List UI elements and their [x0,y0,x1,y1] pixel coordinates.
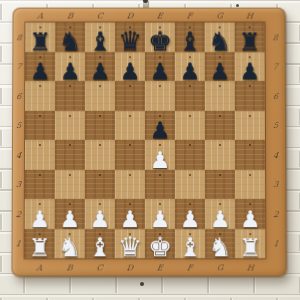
square-a8[interactable]: ♜ [25,22,55,51]
white-pawn-b2[interactable]: ♟ [59,208,80,231]
square-d3[interactable] [115,170,145,200]
square-g3[interactable] [205,170,235,200]
rank-label-left-8: 8 [16,33,22,42]
square-d8[interactable]: ♛ [115,22,145,51]
wall-nail-dot-bottom [140,282,144,286]
square-a4[interactable] [25,140,55,170]
file-label-top-F: F [186,11,193,20]
square-e7[interactable]: ♟ [145,52,175,81]
file-label-bottom-A: A [36,263,43,272]
black-knight-g8[interactable]: ♞ [208,28,231,54]
chess-board-grid[interactable]: ♜♞♝♛♚♝♞♜♟♟♟♟♟♟♟♟♟♟♟♟♟♟♟♟♟♟♜♞♝♛♚♝♞♜ [25,22,266,258]
brick-joint [299,25,300,41]
rank-label-right-6: 6 [272,91,278,100]
file-label-bottom-B: B [66,263,73,272]
scene: ABCDEFGHABCDEFGH8765432187654321 ♜♞♝♛♚♝♞… [0,0,300,300]
black-king-e8[interactable]: ♚ [148,27,172,54]
piece-hook-nail-icon [189,174,191,176]
black-pawn-g7[interactable]: ♟ [210,60,231,83]
rank-label-left-3: 3 [15,180,21,189]
square-h7[interactable]: ♟ [235,52,265,81]
piece-hook-nail-icon [219,144,221,146]
piece-hook-nail-icon [189,85,191,87]
square-e6[interactable] [145,81,175,110]
brick-joint [299,277,300,293]
square-h3[interactable] [235,170,265,200]
brick-joint [69,277,71,293]
square-b2[interactable]: ♟ [55,199,85,229]
file-label-bottom-G: G [216,263,224,272]
square-f1[interactable]: ♝ [175,229,205,259]
piece-hook-nail-icon [189,144,191,146]
square-c1[interactable]: ♝ [85,229,115,259]
white-pawn-d2[interactable]: ♟ [120,208,141,231]
piece-hook-nail-icon [249,85,251,87]
brick-joint [23,277,25,293]
square-d4[interactable] [115,140,145,170]
rank-label-right-5: 5 [272,121,278,130]
brick-joint [0,4,2,20]
piece-hook-nail-icon [129,115,131,117]
white-pawn-g2[interactable]: ♟ [210,208,231,231]
piece-hook-nail-icon [99,174,101,176]
brick-joint [0,256,2,272]
square-h1[interactable]: ♜ [235,229,265,259]
file-label-bottom-D: D [126,263,134,272]
piece-hook-nail-icon [249,115,251,117]
square-f7[interactable]: ♟ [175,52,205,81]
piece-hook-nail-icon [219,174,221,176]
brick-joint [0,46,2,62]
brick-joint [0,130,2,146]
square-c4[interactable] [85,140,115,170]
square-h2[interactable]: ♟ [235,199,265,229]
square-d7[interactable]: ♟ [115,52,145,81]
rank-label-right-2: 2 [273,209,279,218]
white-knight-b1[interactable]: ♞ [58,234,81,260]
rank-label-left-1: 1 [15,239,21,248]
black-pawn-c7[interactable]: ♟ [90,60,111,83]
white-queen-d1[interactable]: ♛ [118,233,142,260]
square-g8[interactable]: ♞ [205,22,235,51]
square-b7[interactable]: ♟ [55,52,85,81]
piece-hook-nail-icon [129,174,131,176]
rank-label-left-7: 7 [16,62,22,71]
brick-joint [0,172,2,188]
square-b4[interactable] [55,140,85,170]
piece-hook-nail-icon [219,115,221,117]
square-d1[interactable]: ♛ [115,229,145,259]
square-a3[interactable] [25,170,55,200]
white-bishop-f1[interactable]: ♝ [178,234,201,260]
square-a1[interactable]: ♜ [25,229,55,259]
piece-hook-nail-icon [99,144,101,146]
file-label-top-A: A [37,11,44,20]
black-pawn-b7[interactable]: ♟ [60,60,81,83]
piece-hook-nail-icon [99,115,101,117]
square-f8[interactable]: ♝ [175,22,205,51]
piece-hook-nail-icon [69,115,71,117]
piece-hook-nail-icon [159,85,161,87]
square-e1[interactable]: ♚ [145,229,175,259]
white-king-e1[interactable]: ♚ [148,233,172,260]
black-knight-b8[interactable]: ♞ [59,28,82,54]
brick-joint [299,235,300,251]
square-b1[interactable]: ♞ [55,229,85,259]
rank-label-right-4: 4 [272,150,278,159]
file-label-bottom-E: E [156,263,163,272]
piece-hook-nail-icon [39,144,41,146]
white-pawn-e2[interactable]: ♟ [150,208,171,231]
square-a7[interactable]: ♟ [25,52,55,81]
black-bishop-f8[interactable]: ♝ [178,28,201,54]
square-a2[interactable]: ♟ [25,199,55,229]
piece-hook-nail-icon [69,174,71,176]
file-label-bottom-C: C [96,263,103,272]
black-pawn-f7[interactable]: ♟ [180,60,201,83]
square-f4[interactable] [175,140,205,170]
file-label-top-G: G [216,11,224,20]
file-label-bottom-H: H [246,263,254,272]
rank-label-left-2: 2 [15,209,21,218]
rank-label-right-7: 7 [272,62,278,71]
file-label-top-C: C [97,11,104,20]
black-rook-h8[interactable]: ♜ [238,29,260,54]
brick-joint [161,277,163,293]
brick-joint [0,214,2,230]
piece-hook-nail-icon [39,174,41,176]
white-pawn-f2[interactable]: ♟ [180,208,201,231]
square-e4[interactable]: ♟ [145,140,175,170]
square-c8[interactable]: ♝ [85,22,115,51]
file-label-top-H: H [246,11,254,20]
square-a6[interactable] [25,81,55,110]
white-rook-h1[interactable]: ♜ [239,235,262,260]
square-g1[interactable]: ♞ [205,229,235,259]
black-pawn-e5[interactable]: ♟ [150,119,171,142]
white-knight-g1[interactable]: ♞ [209,234,232,260]
wall-nail-dot-top-right [236,4,239,7]
rank-label-right-3: 3 [273,180,279,189]
piece-hook-nail-icon [249,144,251,146]
brick-joint [299,151,300,167]
white-pawn-h2[interactable]: ♟ [240,208,261,231]
black-queen-d8[interactable]: ♛ [118,27,142,54]
piece-hook-nail-icon [159,174,161,176]
brick-joint [115,277,117,293]
brick-joint [0,88,2,104]
square-g6[interactable] [205,81,235,110]
piece-hook-nail-icon [69,85,71,87]
square-b6[interactable] [55,81,85,110]
square-h4[interactable] [235,140,265,170]
square-d5[interactable] [115,111,145,140]
piece-hook-nail-icon [69,144,71,146]
square-b5[interactable] [55,111,85,140]
square-h8[interactable]: ♜ [235,22,265,51]
square-c7[interactable]: ♟ [85,52,115,81]
square-c2[interactable]: ♟ [85,199,115,229]
piece-hook-nail-icon [129,144,131,146]
black-pawn-a7[interactable]: ♟ [30,60,51,83]
square-g7[interactable]: ♟ [205,52,235,81]
square-f5[interactable] [175,111,205,140]
brick-joint [299,109,300,125]
black-rook-a8[interactable]: ♜ [29,29,51,54]
square-e2[interactable]: ♟ [145,199,175,229]
piece-hook-nail-icon [39,115,41,117]
black-pawn-d7[interactable]: ♟ [120,60,141,83]
square-d6[interactable] [115,81,145,110]
square-b8[interactable]: ♞ [55,22,85,51]
square-h6[interactable] [235,81,265,110]
square-e3[interactable] [145,170,175,200]
piece-hook-nail-icon [249,174,251,176]
square-b3[interactable] [55,170,85,200]
piece-hook-nail-icon [39,85,41,87]
square-a5[interactable] [25,111,55,140]
square-e5[interactable]: ♟ [145,111,175,140]
square-h5[interactable] [235,111,265,140]
square-c3[interactable] [85,170,115,200]
square-f2[interactable]: ♟ [175,199,205,229]
rank-label-left-6: 6 [15,91,21,100]
file-label-top-E: E [156,11,163,20]
piece-hook-nail-icon [189,115,191,117]
square-g2[interactable]: ♟ [205,199,235,229]
square-c6[interactable] [85,81,115,110]
black-pawn-e7[interactable]: ♟ [150,60,171,83]
brick-joint [299,67,300,83]
black-bishop-c8[interactable]: ♝ [89,28,112,54]
white-bishop-c1[interactable]: ♝ [88,234,111,260]
piece-hook-nail-icon [219,85,221,87]
white-pawn-c2[interactable]: ♟ [90,208,111,231]
rank-label-right-1: 1 [273,239,279,248]
file-label-top-D: D [126,11,134,20]
white-rook-a1[interactable]: ♜ [28,235,51,260]
file-label-bottom-F: F [187,263,194,272]
white-pawn-a2[interactable]: ♟ [29,208,50,231]
demo-chessboard: ABCDEFGHABCDEFGH8765432187654321 ♜♞♝♛♚♝♞… [11,8,286,277]
square-g5[interactable] [205,111,235,140]
brick-joint [207,277,209,293]
square-c5[interactable] [85,111,115,140]
black-pawn-h7[interactable]: ♟ [239,60,260,83]
piece-hook-nail-icon [99,85,101,87]
rank-label-left-4: 4 [15,150,21,159]
square-e8[interactable]: ♚ [145,22,175,51]
square-f6[interactable] [175,81,205,110]
square-d2[interactable]: ♟ [115,199,145,229]
square-f3[interactable] [175,170,205,200]
brick-joint [299,193,300,209]
brick-joint [253,277,255,293]
piece-hook-nail-icon [129,85,131,87]
file-label-top-B: B [67,11,74,20]
rank-label-right-8: 8 [272,33,278,42]
square-g4[interactable] [205,140,235,170]
white-pawn-e4[interactable]: ♟ [150,148,171,171]
rank-label-left-5: 5 [15,121,21,130]
